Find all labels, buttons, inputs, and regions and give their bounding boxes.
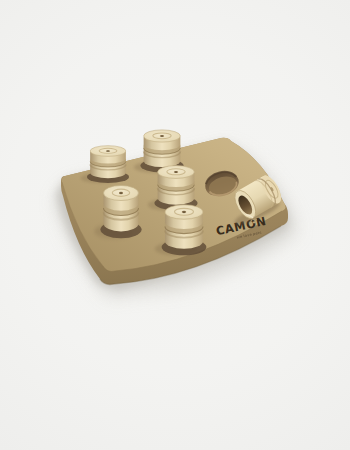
scene: CAMON we love pets <box>0 0 350 450</box>
peg-back-left[interactable] <box>81 146 129 184</box>
product-photo: CAMON we love pets <box>0 0 350 450</box>
